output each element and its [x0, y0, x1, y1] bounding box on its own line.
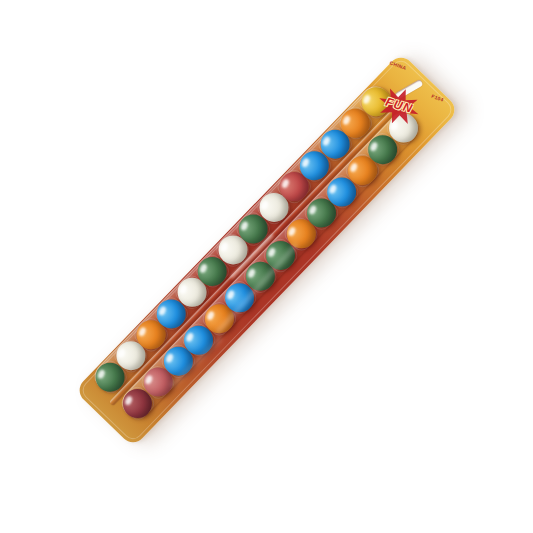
- center-ridge: [109, 100, 404, 406]
- product-photo: FUN CHINA F104: [0, 0, 533, 533]
- side-code-text: F104: [425, 91, 450, 105]
- origin-text: CHINA: [385, 58, 411, 73]
- marble-channel-left: [89, 81, 397, 398]
- marble-channel-right: [116, 107, 424, 424]
- blister-card: FUN CHINA F104: [74, 52, 459, 447]
